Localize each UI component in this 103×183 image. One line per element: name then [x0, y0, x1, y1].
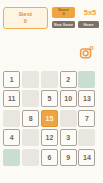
tile-12[interactable]: 12 [41, 129, 58, 146]
best-label: Best [19, 11, 32, 18]
new-game-button[interactable]: New Game [52, 21, 75, 28]
empty-cell [22, 90, 39, 107]
tile-2[interactable]: 2 [60, 71, 77, 88]
empty-cell [22, 129, 39, 146]
tile-4[interactable]: 4 [3, 129, 20, 146]
empty-cell [78, 129, 95, 146]
empty-cell [22, 149, 39, 166]
tile-3[interactable]: 3 [60, 129, 77, 146]
empty-cell [60, 110, 77, 127]
best-score-box: Best 0 [3, 7, 48, 29]
goal-cell [78, 71, 95, 88]
tile-5[interactable]: 5 [41, 90, 58, 107]
tile-11[interactable]: 11 [3, 90, 20, 107]
tile-8[interactable]: 8 [22, 110, 39, 127]
empty-cell [41, 71, 58, 88]
game-screen: Best 0 Score 0 5x5 New Game Home 1211510… [0, 0, 103, 183]
empty-cell [22, 71, 39, 88]
tile-15[interactable]: 15 [41, 110, 58, 127]
tile-13[interactable]: 13 [78, 90, 95, 107]
score-value: 0 [62, 12, 64, 17]
tile-10[interactable]: 10 [60, 90, 77, 107]
camera-icon[interactable] [79, 46, 94, 60]
score-box: Score 0 [52, 7, 75, 18]
home-button[interactable]: Home [78, 21, 99, 28]
tile-7[interactable]: 7 [78, 110, 95, 127]
goal-cell [3, 149, 20, 166]
tile-14[interactable]: 14 [78, 149, 95, 166]
board-size-label: 5x5 [79, 8, 101, 17]
empty-cell [3, 110, 20, 127]
tile-1[interactable]: 1 [3, 71, 20, 88]
puzzle-grid: 121151013815741236914 [3, 71, 95, 166]
tile-9[interactable]: 9 [60, 149, 77, 166]
best-value: 0 [24, 18, 27, 25]
tile-6[interactable]: 6 [41, 149, 58, 166]
